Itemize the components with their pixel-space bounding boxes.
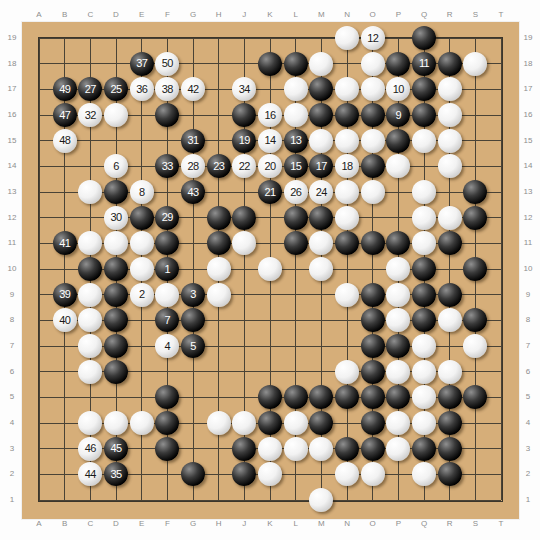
move-number: 33 bbox=[162, 161, 173, 172]
stone-black[interactable] bbox=[412, 103, 436, 127]
stone-white[interactable]: 48 bbox=[53, 129, 77, 153]
stone-black[interactable] bbox=[386, 52, 410, 76]
stone-white[interactable] bbox=[207, 257, 231, 281]
row-label-left: 11 bbox=[8, 239, 16, 247]
stone-black[interactable] bbox=[284, 206, 308, 230]
stone-black[interactable] bbox=[438, 437, 462, 461]
stone-white[interactable] bbox=[438, 206, 462, 230]
stone-white[interactable] bbox=[361, 180, 385, 204]
stone-white[interactable]: 50 bbox=[155, 52, 179, 76]
stone-black[interactable] bbox=[361, 385, 385, 409]
stone-black[interactable] bbox=[361, 334, 385, 358]
stone-white[interactable] bbox=[335, 77, 359, 101]
stone-white[interactable] bbox=[232, 411, 256, 435]
row-label-right: 13 bbox=[524, 188, 533, 196]
move-number: 2 bbox=[139, 289, 145, 300]
stone-white[interactable] bbox=[386, 154, 410, 178]
stone-black[interactable]: 1 bbox=[155, 257, 179, 281]
stone-black[interactable] bbox=[438, 231, 462, 255]
stone-white[interactable]: 20 bbox=[258, 154, 282, 178]
move-number: 6 bbox=[113, 161, 119, 172]
stone-white[interactable] bbox=[335, 462, 359, 486]
stone-black[interactable]: 15 bbox=[284, 154, 308, 178]
stone-white[interactable] bbox=[104, 411, 128, 435]
stone-black[interactable] bbox=[438, 52, 462, 76]
column-label-top: B bbox=[62, 11, 67, 19]
stone-white[interactable] bbox=[309, 488, 333, 512]
column-label-bottom: Q bbox=[421, 520, 427, 528]
stone-black[interactable] bbox=[104, 257, 128, 281]
stone-black[interactable] bbox=[207, 206, 231, 230]
stone-white[interactable] bbox=[335, 129, 359, 153]
stone-black[interactable] bbox=[463, 257, 487, 281]
row-label-left: 6 bbox=[10, 368, 14, 376]
stone-black[interactable] bbox=[309, 77, 333, 101]
row-label-right: 14 bbox=[524, 162, 533, 170]
stone-white[interactable] bbox=[78, 231, 102, 255]
stone-black[interactable]: 47 bbox=[53, 103, 77, 127]
move-number: 47 bbox=[59, 110, 70, 121]
stone-black[interactable] bbox=[463, 308, 487, 332]
column-label-top: C bbox=[87, 11, 93, 19]
stone-black[interactable] bbox=[155, 411, 179, 435]
move-number: 22 bbox=[239, 161, 250, 172]
stone-black[interactable] bbox=[258, 52, 282, 76]
move-number: 26 bbox=[290, 187, 301, 198]
column-label-top: S bbox=[473, 11, 478, 19]
column-label-bottom: B bbox=[62, 520, 67, 528]
stone-white[interactable] bbox=[130, 411, 154, 435]
move-number: 13 bbox=[290, 135, 301, 146]
stone-black[interactable] bbox=[284, 385, 308, 409]
stone-white[interactable]: 10 bbox=[386, 77, 410, 101]
stone-white[interactable] bbox=[78, 411, 102, 435]
move-number: 3 bbox=[190, 289, 196, 300]
stone-black[interactable]: 17 bbox=[309, 154, 333, 178]
stone-black[interactable]: 33 bbox=[155, 154, 179, 178]
stone-white[interactable] bbox=[104, 231, 128, 255]
stone-white[interactable] bbox=[78, 308, 102, 332]
move-number: 50 bbox=[162, 58, 173, 69]
stone-white[interactable] bbox=[412, 206, 436, 230]
stone-black[interactable] bbox=[386, 129, 410, 153]
stone-black[interactable] bbox=[335, 231, 359, 255]
go-diagram: AABBCCDDEEFFGGHHJJKKLLMMNNOOPPQQRRSSTT19… bbox=[0, 0, 540, 540]
stone-black[interactable] bbox=[361, 283, 385, 307]
stone-white[interactable] bbox=[361, 462, 385, 486]
stone-white[interactable] bbox=[438, 154, 462, 178]
stone-black[interactable] bbox=[412, 77, 436, 101]
stone-white[interactable] bbox=[309, 231, 333, 255]
stone-white[interactable] bbox=[438, 129, 462, 153]
stone-black[interactable] bbox=[232, 462, 256, 486]
column-label-bottom: A bbox=[36, 520, 41, 528]
stone-black[interactable]: 7 bbox=[155, 308, 179, 332]
stone-white[interactable] bbox=[78, 360, 102, 384]
move-number: 35 bbox=[110, 469, 121, 480]
row-label-right: 12 bbox=[524, 214, 533, 222]
move-number: 40 bbox=[59, 315, 70, 326]
stone-white[interactable] bbox=[386, 437, 410, 461]
column-label-top: M bbox=[318, 11, 325, 19]
column-label-bottom: J bbox=[242, 520, 246, 528]
move-number: 43 bbox=[187, 187, 198, 198]
move-number: 42 bbox=[187, 84, 198, 95]
column-label-bottom: G bbox=[190, 520, 196, 528]
stone-black[interactable]: 39 bbox=[53, 283, 77, 307]
stone-white[interactable] bbox=[386, 257, 410, 281]
stone-white[interactable] bbox=[335, 283, 359, 307]
stone-black[interactable] bbox=[309, 411, 333, 435]
column-label-bottom: R bbox=[447, 520, 453, 528]
stone-white[interactable]: 44 bbox=[78, 462, 102, 486]
stone-black[interactable] bbox=[284, 52, 308, 76]
stone-white[interactable] bbox=[386, 360, 410, 384]
move-number: 44 bbox=[85, 469, 96, 480]
stone-black[interactable] bbox=[412, 257, 436, 281]
stone-black[interactable] bbox=[130, 206, 154, 230]
stone-white[interactable] bbox=[361, 52, 385, 76]
stone-white[interactable] bbox=[386, 283, 410, 307]
stone-black[interactable]: 27 bbox=[78, 77, 102, 101]
stone-black[interactable] bbox=[386, 385, 410, 409]
column-label-top: G bbox=[190, 11, 196, 19]
stone-black[interactable] bbox=[155, 103, 179, 127]
row-label-right: 1 bbox=[526, 496, 530, 504]
move-number: 15 bbox=[290, 161, 301, 172]
move-number: 14 bbox=[264, 135, 275, 146]
row-label-right: 15 bbox=[524, 137, 533, 145]
column-label-bottom: P bbox=[396, 520, 401, 528]
stone-black[interactable] bbox=[412, 26, 436, 50]
stone-black[interactable] bbox=[412, 308, 436, 332]
stone-white[interactable] bbox=[335, 180, 359, 204]
stone-black[interactable] bbox=[361, 437, 385, 461]
stone-white[interactable]: 22 bbox=[232, 154, 256, 178]
row-label-left: 7 bbox=[10, 342, 14, 350]
column-label-bottom: T bbox=[499, 520, 504, 528]
move-number: 12 bbox=[367, 33, 378, 44]
stone-black[interactable] bbox=[438, 462, 462, 486]
move-number: 38 bbox=[162, 84, 173, 95]
stone-black[interactable] bbox=[361, 308, 385, 332]
stone-white[interactable] bbox=[412, 334, 436, 358]
move-number: 7 bbox=[165, 315, 171, 326]
stone-white[interactable] bbox=[155, 283, 179, 307]
column-label-top: D bbox=[113, 11, 119, 19]
stone-white[interactable]: 14 bbox=[258, 129, 282, 153]
stone-black[interactable] bbox=[361, 360, 385, 384]
stone-black[interactable] bbox=[335, 103, 359, 127]
stone-black[interactable] bbox=[438, 385, 462, 409]
stone-black[interactable] bbox=[361, 411, 385, 435]
stone-black[interactable]: 37 bbox=[130, 52, 154, 76]
stone-black[interactable] bbox=[104, 334, 128, 358]
stone-white[interactable] bbox=[309, 257, 333, 281]
stone-white[interactable]: 2 bbox=[130, 283, 154, 307]
stone-white[interactable] bbox=[438, 103, 462, 127]
stone-black[interactable]: 9 bbox=[386, 103, 410, 127]
move-number: 39 bbox=[59, 289, 70, 300]
stone-black[interactable]: 3 bbox=[181, 283, 205, 307]
stone-white[interactable] bbox=[412, 231, 436, 255]
stone-white[interactable]: 24 bbox=[309, 180, 333, 204]
stone-black[interactable]: 13 bbox=[284, 129, 308, 153]
stone-white[interactable] bbox=[335, 360, 359, 384]
stone-black[interactable] bbox=[104, 283, 128, 307]
stone-black[interactable] bbox=[412, 437, 436, 461]
column-label-top: H bbox=[216, 11, 222, 19]
move-number: 24 bbox=[316, 187, 327, 198]
stone-white[interactable] bbox=[284, 103, 308, 127]
stone-white[interactable] bbox=[335, 26, 359, 50]
stone-black[interactable]: 25 bbox=[104, 77, 128, 101]
stone-black[interactable] bbox=[309, 103, 333, 127]
stone-black[interactable] bbox=[155, 385, 179, 409]
stone-black[interactable]: 41 bbox=[53, 231, 77, 255]
move-number: 8 bbox=[139, 187, 145, 198]
stone-white[interactable]: 16 bbox=[258, 103, 282, 127]
column-label-top: L bbox=[293, 11, 297, 19]
stone-white[interactable]: 12 bbox=[361, 26, 385, 50]
row-label-right: 18 bbox=[524, 60, 533, 68]
stone-white[interactable] bbox=[104, 103, 128, 127]
stone-black[interactable] bbox=[155, 437, 179, 461]
move-number: 48 bbox=[59, 135, 70, 146]
row-label-right: 11 bbox=[524, 239, 532, 247]
row-label-left: 2 bbox=[10, 470, 14, 478]
column-label-top: N bbox=[344, 11, 350, 19]
row-label-right: 19 bbox=[524, 34, 533, 42]
move-number: 1 bbox=[165, 264, 171, 275]
column-label-top: E bbox=[139, 11, 144, 19]
move-number: 4 bbox=[165, 341, 171, 352]
stone-black[interactable] bbox=[232, 103, 256, 127]
row-label-left: 13 bbox=[8, 188, 17, 196]
stone-black[interactable]: 49 bbox=[53, 77, 77, 101]
stone-black[interactable] bbox=[463, 385, 487, 409]
row-label-right: 7 bbox=[526, 342, 530, 350]
row-label-right: 16 bbox=[524, 111, 533, 119]
move-number: 37 bbox=[136, 58, 147, 69]
row-label-left: 14 bbox=[8, 162, 17, 170]
stone-white[interactable] bbox=[412, 385, 436, 409]
stone-black[interactable] bbox=[361, 231, 385, 255]
column-label-top: A bbox=[36, 11, 41, 19]
stone-black[interactable] bbox=[386, 231, 410, 255]
stone-white[interactable]: 28 bbox=[181, 154, 205, 178]
stone-white[interactable] bbox=[361, 129, 385, 153]
column-label-top: R bbox=[447, 11, 453, 19]
row-label-right: 4 bbox=[526, 419, 530, 427]
stone-black[interactable]: 23 bbox=[207, 154, 231, 178]
stone-white[interactable]: 38 bbox=[155, 77, 179, 101]
stone-white[interactable] bbox=[438, 360, 462, 384]
stone-black[interactable] bbox=[232, 206, 256, 230]
stone-white[interactable] bbox=[412, 180, 436, 204]
stone-white[interactable] bbox=[463, 334, 487, 358]
move-number: 41 bbox=[59, 238, 70, 249]
stone-white[interactable] bbox=[284, 437, 308, 461]
stone-white[interactable] bbox=[130, 257, 154, 281]
row-label-left: 9 bbox=[10, 291, 14, 299]
stone-black[interactable] bbox=[104, 360, 128, 384]
column-label-bottom: S bbox=[473, 520, 478, 528]
stone-white[interactable]: 42 bbox=[181, 77, 205, 101]
stone-black[interactable] bbox=[335, 437, 359, 461]
column-label-bottom: N bbox=[344, 520, 350, 528]
stone-white[interactable] bbox=[361, 77, 385, 101]
move-number: 31 bbox=[187, 135, 198, 146]
move-number: 16 bbox=[264, 110, 275, 121]
stone-black[interactable] bbox=[258, 411, 282, 435]
stone-white[interactable] bbox=[207, 283, 231, 307]
stone-black[interactable]: 19 bbox=[232, 129, 256, 153]
row-label-left: 15 bbox=[8, 137, 17, 145]
stone-black[interactable] bbox=[207, 231, 231, 255]
column-label-bottom: M bbox=[318, 520, 325, 528]
move-number: 11 bbox=[419, 58, 429, 69]
row-label-right: 17 bbox=[524, 85, 533, 93]
stone-white[interactable] bbox=[232, 231, 256, 255]
stone-white[interactable]: 26 bbox=[284, 180, 308, 204]
stone-white[interactable] bbox=[309, 52, 333, 76]
stone-white[interactable] bbox=[438, 308, 462, 332]
stone-white[interactable] bbox=[284, 77, 308, 101]
move-number: 9 bbox=[396, 110, 402, 121]
row-label-left: 5 bbox=[10, 393, 14, 401]
column-label-top: K bbox=[267, 11, 272, 19]
stone-white[interactable]: 40 bbox=[53, 308, 77, 332]
stone-white[interactable] bbox=[412, 462, 436, 486]
stone-black[interactable] bbox=[181, 308, 205, 332]
stone-black[interactable]: 45 bbox=[104, 437, 128, 461]
move-number: 19 bbox=[239, 135, 250, 146]
stone-black[interactable]: 11 bbox=[412, 52, 436, 76]
stone-white[interactable] bbox=[335, 206, 359, 230]
stone-black[interactable] bbox=[104, 308, 128, 332]
stone-black[interactable]: 5 bbox=[181, 334, 205, 358]
stone-black[interactable]: 35 bbox=[104, 462, 128, 486]
stone-white[interactable] bbox=[130, 231, 154, 255]
stone-black[interactable] bbox=[412, 283, 436, 307]
stone-black[interactable] bbox=[155, 231, 179, 255]
move-number: 20 bbox=[264, 161, 275, 172]
stone-white[interactable] bbox=[78, 334, 102, 358]
stone-black[interactable] bbox=[232, 437, 256, 461]
stone-black[interactable] bbox=[463, 180, 487, 204]
stone-black[interactable]: 29 bbox=[155, 206, 179, 230]
stone-white[interactable]: 4 bbox=[155, 334, 179, 358]
stone-black[interactable]: 21 bbox=[258, 180, 282, 204]
move-number: 10 bbox=[393, 84, 404, 95]
stone-black[interactable] bbox=[463, 206, 487, 230]
stone-black[interactable] bbox=[361, 154, 385, 178]
move-number: 30 bbox=[110, 212, 121, 223]
column-label-bottom: F bbox=[165, 520, 170, 528]
stone-white[interactable]: 8 bbox=[130, 180, 154, 204]
row-label-right: 3 bbox=[526, 445, 530, 453]
column-label-bottom: D bbox=[113, 520, 119, 528]
stone-white[interactable] bbox=[386, 411, 410, 435]
stone-black[interactable] bbox=[438, 411, 462, 435]
stone-white[interactable] bbox=[78, 180, 102, 204]
stone-black[interactable] bbox=[284, 231, 308, 255]
stone-black[interactable] bbox=[386, 334, 410, 358]
move-number: 23 bbox=[213, 161, 224, 172]
row-label-left: 19 bbox=[8, 34, 17, 42]
stone-white[interactable]: 30 bbox=[104, 206, 128, 230]
stone-white[interactable] bbox=[412, 129, 436, 153]
stone-white[interactable] bbox=[258, 257, 282, 281]
stone-black[interactable]: 31 bbox=[181, 129, 205, 153]
column-label-top: F bbox=[165, 11, 170, 19]
stone-white[interactable] bbox=[412, 411, 436, 435]
row-label-right: 9 bbox=[526, 291, 530, 299]
stone-white[interactable] bbox=[207, 411, 231, 435]
move-number: 34 bbox=[239, 84, 250, 95]
move-number: 49 bbox=[59, 84, 70, 95]
column-label-top: P bbox=[396, 11, 401, 19]
stone-white[interactable] bbox=[463, 52, 487, 76]
stone-black[interactable] bbox=[309, 206, 333, 230]
move-number: 27 bbox=[85, 84, 96, 95]
stone-white[interactable]: 46 bbox=[78, 437, 102, 461]
stone-white[interactable]: 36 bbox=[130, 77, 154, 101]
row-label-left: 16 bbox=[8, 111, 17, 119]
move-number: 28 bbox=[187, 161, 198, 172]
stone-white[interactable]: 32 bbox=[78, 103, 102, 127]
stone-white[interactable] bbox=[386, 308, 410, 332]
stone-black[interactable] bbox=[78, 257, 102, 281]
stone-black[interactable] bbox=[309, 385, 333, 409]
column-label-top: O bbox=[370, 11, 376, 19]
move-number: 46 bbox=[85, 443, 96, 454]
stone-white[interactable] bbox=[438, 77, 462, 101]
stone-black[interactable]: 43 bbox=[181, 180, 205, 204]
row-label-right: 6 bbox=[526, 368, 530, 376]
stone-black[interactable] bbox=[258, 385, 282, 409]
move-number: 45 bbox=[110, 443, 121, 454]
row-label-left: 17 bbox=[8, 85, 17, 93]
move-number: 32 bbox=[85, 110, 96, 121]
move-number: 5 bbox=[190, 341, 196, 352]
column-label-top: Q bbox=[421, 11, 427, 19]
stone-black[interactable] bbox=[104, 180, 128, 204]
row-label-right: 8 bbox=[526, 316, 530, 324]
row-label-left: 18 bbox=[8, 60, 17, 68]
stone-white[interactable] bbox=[258, 462, 282, 486]
stone-white[interactable] bbox=[309, 129, 333, 153]
column-label-bottom: C bbox=[87, 520, 93, 528]
row-label-right: 5 bbox=[526, 393, 530, 401]
column-label-bottom: O bbox=[370, 520, 376, 528]
stone-white[interactable]: 18 bbox=[335, 154, 359, 178]
stone-black[interactable] bbox=[361, 103, 385, 127]
stone-black[interactable] bbox=[181, 462, 205, 486]
stone-white[interactable] bbox=[309, 437, 333, 461]
stone-white[interactable] bbox=[284, 411, 308, 435]
row-label-left: 4 bbox=[10, 419, 14, 427]
stone-white[interactable]: 6 bbox=[104, 154, 128, 178]
row-label-left: 1 bbox=[10, 496, 14, 504]
stone-white[interactable]: 34 bbox=[232, 77, 256, 101]
stone-white[interactable] bbox=[258, 437, 282, 461]
stone-black[interactable] bbox=[335, 385, 359, 409]
stone-white[interactable] bbox=[78, 283, 102, 307]
stone-black[interactable] bbox=[438, 283, 462, 307]
stone-white[interactable] bbox=[412, 360, 436, 384]
